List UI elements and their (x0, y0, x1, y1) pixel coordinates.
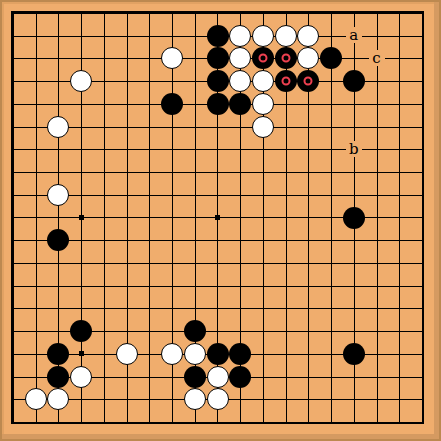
black-stone (343, 70, 365, 92)
black-stone (184, 366, 206, 388)
go-board: acb (0, 0, 441, 441)
black-stone (184, 320, 206, 342)
black-stone (70, 320, 92, 342)
point-label-b: b (346, 141, 362, 157)
white-stone (252, 25, 274, 47)
marked-black-stone (297, 70, 319, 92)
white-stone (207, 366, 229, 388)
white-stone (116, 343, 138, 365)
white-stone (25, 388, 47, 410)
white-stone (161, 47, 183, 69)
black-stone (229, 343, 251, 365)
white-stone (70, 366, 92, 388)
black-stone (161, 93, 183, 115)
white-stone (229, 47, 251, 69)
marked-black-stone (275, 70, 297, 92)
white-stone (184, 388, 206, 410)
black-stone (207, 47, 229, 69)
black-stone (207, 25, 229, 47)
black-stone (47, 229, 69, 251)
white-stone (161, 343, 183, 365)
white-stone (47, 388, 69, 410)
white-stone (275, 25, 297, 47)
black-stone (47, 366, 69, 388)
white-stone (297, 47, 319, 69)
star-point (79, 351, 84, 356)
white-stone (70, 70, 92, 92)
white-stone (252, 116, 274, 138)
black-stone (229, 93, 251, 115)
red-circle-mark (281, 54, 290, 63)
star-point (79, 215, 84, 220)
star-point (215, 215, 220, 220)
white-stone (229, 25, 251, 47)
red-circle-mark (304, 77, 313, 86)
black-stone (47, 343, 69, 365)
black-stone (207, 70, 229, 92)
black-stone (320, 47, 342, 69)
marked-black-stone (275, 47, 297, 69)
black-stone (207, 93, 229, 115)
white-stone (47, 184, 69, 206)
white-stone (229, 70, 251, 92)
point-label-c: c (369, 50, 385, 66)
black-stone (343, 343, 365, 365)
board-grid: acb (11, 11, 424, 424)
marked-black-stone (252, 47, 274, 69)
black-stone (343, 207, 365, 229)
red-circle-mark (281, 77, 290, 86)
white-stone (184, 343, 206, 365)
point-label-a: a (346, 27, 362, 43)
white-stone (252, 93, 274, 115)
white-stone (297, 25, 319, 47)
white-stone (47, 116, 69, 138)
white-stone (207, 388, 229, 410)
black-stone (229, 366, 251, 388)
red-circle-mark (258, 54, 267, 63)
white-stone (252, 70, 274, 92)
black-stone (207, 343, 229, 365)
